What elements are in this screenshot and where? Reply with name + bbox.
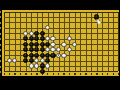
col-coordinate-mark <box>74 73 75 75</box>
white-stone <box>45 25 50 30</box>
row-coordinate-mark <box>0 55 1 57</box>
white-stone <box>45 63 50 68</box>
black-stone <box>45 53 50 58</box>
white-stone <box>23 31 28 36</box>
black-stone <box>34 53 39 58</box>
white-stone <box>34 63 39 68</box>
grid-line-vertical <box>91 12 92 72</box>
grid-line-horizontal <box>4 12 118 13</box>
row-coordinate-mark <box>0 60 1 62</box>
black-stone <box>23 36 28 41</box>
black-stone <box>50 53 55 58</box>
grid-line-vertical <box>69 12 70 72</box>
white-stone <box>67 36 72 41</box>
white-stone <box>40 58 45 63</box>
col-coordinate-mark <box>69 73 70 75</box>
black-stone <box>40 47 45 52</box>
grid-line-horizontal <box>4 50 118 51</box>
white-stone <box>61 53 66 58</box>
col-coordinate-mark <box>96 73 97 75</box>
white-stone <box>45 47 50 52</box>
black-stone <box>34 47 39 52</box>
grid-line-horizontal <box>4 28 118 29</box>
col-coordinate-mark <box>58 73 59 75</box>
black-stone <box>29 42 34 47</box>
black-stone <box>23 58 28 63</box>
row-coordinate-mark <box>0 22 1 24</box>
row-coordinate-mark <box>0 49 1 51</box>
col-coordinate-mark <box>4 73 5 75</box>
go-board[interactable] <box>2 10 119 76</box>
black-stone <box>45 42 50 47</box>
col-coordinate-mark <box>20 73 21 75</box>
black-stone <box>40 63 45 68</box>
grid-line-vertical <box>59 12 60 72</box>
col-coordinate-mark <box>14 73 15 75</box>
screen <box>0 0 120 90</box>
black-stone <box>29 36 34 41</box>
col-coordinate-mark <box>25 73 26 75</box>
row-coordinate-mark <box>0 44 1 46</box>
grid-line-horizontal <box>4 66 118 67</box>
white-stone <box>50 42 55 47</box>
row-coordinate-mark <box>0 27 1 29</box>
white-stone <box>34 58 39 63</box>
black-stone <box>23 42 28 47</box>
black-stone <box>40 42 45 47</box>
black-stone <box>23 47 28 52</box>
grid-line-vertical <box>80 12 81 72</box>
col-coordinate-mark <box>63 73 64 75</box>
black-stone <box>29 58 34 63</box>
grid-line-vertical <box>102 12 103 72</box>
black-stone <box>45 58 50 63</box>
col-coordinate-mark <box>36 73 37 75</box>
col-coordinate-mark <box>85 73 86 75</box>
row-coordinate-mark <box>0 71 1 73</box>
black-stone <box>29 47 34 52</box>
white-stone <box>7 58 12 63</box>
grid-line-vertical <box>118 12 119 72</box>
col-coordinate-mark <box>9 73 10 75</box>
row-coordinate-mark <box>0 38 1 40</box>
row-coordinate-mark <box>0 33 1 35</box>
grid-line-horizontal <box>4 61 118 62</box>
black-stone <box>40 69 45 74</box>
col-coordinate-mark <box>91 73 92 75</box>
black-stone <box>40 36 45 41</box>
white-stone <box>67 47 72 52</box>
black-stone <box>34 36 39 41</box>
black-stone <box>34 31 39 36</box>
black-stone <box>40 53 45 58</box>
col-coordinate-mark <box>102 73 103 75</box>
black-stone <box>29 53 34 58</box>
black-stone <box>40 31 45 36</box>
grid-line-horizontal <box>4 33 118 34</box>
row-coordinate-mark <box>0 66 1 68</box>
white-stone <box>29 31 34 36</box>
white-stone <box>12 58 17 63</box>
col-coordinate-mark <box>53 73 54 75</box>
grid-line-vertical <box>113 12 114 72</box>
grid-line-horizontal <box>4 17 118 18</box>
black-stone <box>23 53 28 58</box>
col-coordinate-mark <box>47 73 48 75</box>
grid-line-vertical <box>20 12 21 72</box>
grid-line-vertical <box>4 12 5 72</box>
col-coordinate-mark <box>31 73 32 75</box>
white-stone <box>45 36 50 41</box>
col-coordinate-mark <box>80 73 81 75</box>
black-stone <box>34 42 39 47</box>
col-coordinate-mark <box>107 73 108 75</box>
white-stone <box>61 42 66 47</box>
white-stone <box>50 36 55 41</box>
white-stone <box>29 63 34 68</box>
col-coordinate-mark <box>113 73 114 75</box>
col-coordinate-mark <box>118 73 119 75</box>
grid-line-vertical <box>86 12 87 72</box>
grid-line-vertical <box>108 12 109 72</box>
grid-line-horizontal <box>4 22 118 23</box>
row-coordinate-mark <box>0 16 1 18</box>
grid-line-horizontal <box>4 39 118 40</box>
white-stone <box>72 42 77 47</box>
white-stone <box>50 47 55 52</box>
row-coordinate-mark <box>0 11 1 13</box>
white-stone <box>56 47 61 52</box>
